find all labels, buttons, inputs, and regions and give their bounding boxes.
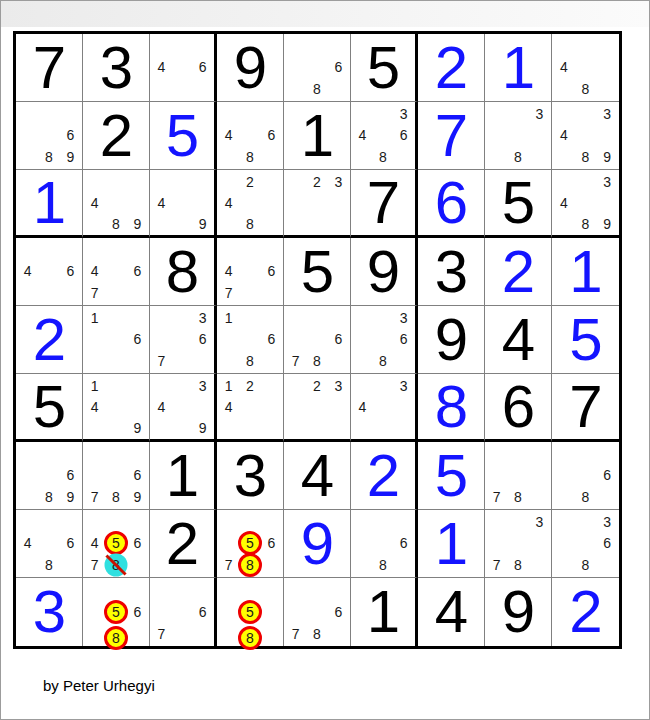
candidate-8: 8 [239,213,260,234]
cell-r8c4[interactable]: 5678 [217,510,284,578]
candidate-4: 4 [352,125,373,147]
cell-r5c9[interactable]: 5 [552,306,619,374]
cell-r9c8[interactable]: 9 [485,578,552,646]
candidate-9: 9 [596,213,618,234]
candidate-4: 4 [151,396,172,417]
candidate-8-highlighted: 8 [239,627,260,649]
candidate-9: 9 [127,417,148,438]
candidate-8: 8 [373,554,394,576]
candidate-1: 1 [84,375,105,396]
cell-r9c4[interactable]: 58 [217,578,284,646]
candidate-6: 6 [60,533,81,555]
cell-value: 1 [33,173,65,233]
cell-r2c5[interactable]: 1 [284,102,351,170]
cell-value: 3 [435,242,467,302]
cell-value: 9 [301,514,333,574]
cell-r9c3[interactable]: 67 [150,578,217,646]
candidate-4: 4 [218,192,239,213]
cell-r1c4[interactable]: 9 [217,34,284,102]
candidate-8: 8 [507,146,528,168]
cell-r1c9[interactable]: 48 [552,34,619,102]
cell-r2c3[interactable]: 5 [150,102,217,170]
candidate-8: 8 [306,78,327,100]
cell-r4c6[interactable]: 9 [351,238,418,306]
cell-r8c5[interactable]: 9 [284,510,351,578]
cell-r4c9[interactable]: 1 [552,238,619,306]
cell-r3c5[interactable]: 23 [284,170,351,238]
candidate-8: 8 [105,486,126,508]
cell-value: 9 [435,310,467,370]
candidate-7: 7 [218,554,239,576]
cell-r7c8[interactable]: 78 [485,442,552,510]
cell-value: 3 [100,38,132,98]
candidate-6: 6 [261,261,282,283]
cell-value: 2 [166,514,198,574]
candidate-6: 6 [192,57,213,79]
cell-r1c3[interactable]: 46 [150,34,217,102]
candidate-7: 7 [285,350,306,372]
candidate-9: 9 [596,146,618,168]
cell-r6c1[interactable]: 5 [16,374,83,442]
candidate-4: 4 [553,192,575,213]
candidate-8: 8 [373,350,394,372]
cell-value: 9 [234,38,266,98]
candidate-1: 1 [218,375,239,396]
cell-r6c3[interactable]: 349 [150,374,217,442]
candidate-7: 7 [84,486,105,508]
candidate-6: 6 [127,465,148,487]
candidate-9: 9 [60,486,81,508]
page: 7346968521486892546813468738348914894924… [0,0,650,720]
cell-r7c2[interactable]: 6789 [83,442,150,510]
cell-r7c7[interactable]: 5 [418,442,485,510]
cell-value: 2 [435,38,467,98]
candidate-8: 8 [38,146,59,168]
candidate-4: 4 [84,192,105,213]
candidate-6: 6 [127,329,148,351]
cell-r9c9[interactable]: 2 [552,578,619,646]
cell-r7c6[interactable]: 2 [351,442,418,510]
candidate-6: 6 [261,533,282,555]
cell-r5c4[interactable]: 168 [217,306,284,374]
candidate-3: 3 [393,375,414,396]
candidate-9: 9 [127,486,148,508]
cell-r3c2[interactable]: 489 [83,170,150,238]
candidate-8: 8 [575,486,597,508]
cell-value: 5 [502,173,534,233]
candidate-6: 6 [328,57,349,79]
candidate-8: 8 [575,213,597,234]
candidate-3: 3 [393,103,414,125]
cell-value: 1 [166,446,198,506]
cell-value: 9 [502,582,534,642]
candidate-9: 9 [192,213,213,234]
cell-r6c6[interactable]: 34 [351,374,418,442]
candidate-5-highlighted: 5 [105,601,126,623]
candidate-6: 6 [127,533,148,555]
candidate-4: 4 [553,125,575,147]
candidate-6: 6 [192,601,213,623]
candidate-4: 4 [553,57,575,79]
cell-value: 8 [435,377,467,437]
candidate-8: 8 [38,554,59,576]
candidate-4: 4 [17,533,38,555]
cell-r6c2[interactable]: 149 [83,374,150,442]
candidate-4: 4 [84,533,105,555]
candidate-6: 6 [393,125,414,147]
cell-r2c9[interactable]: 3489 [552,102,619,170]
cell-r5c2[interactable]: 16 [83,306,150,374]
candidate-6: 6 [393,329,414,351]
cell-value: 5 [367,38,399,98]
cell-value: 5 [435,446,467,506]
candidate-2: 2 [306,171,327,192]
cell-r5c5[interactable]: 678 [284,306,351,374]
cell-r8c7[interactable]: 1 [418,510,485,578]
cell-r4c4[interactable]: 467 [217,238,284,306]
candidate-8: 8 [575,146,597,168]
candidate-8: 8 [575,554,597,576]
candidate-6: 6 [127,261,148,283]
candidate-4: 4 [218,261,239,283]
candidate-8: 8 [239,350,260,372]
cell-value: 4 [435,582,467,642]
candidate-8-highlighted: 8 [105,554,126,576]
cell-value: 4 [301,446,333,506]
candidate-6: 6 [60,465,81,487]
cell-r9c6[interactable]: 1 [351,578,418,646]
cell-value: 5 [301,242,333,302]
candidate-3: 3 [596,171,618,192]
cell-value: 2 [367,446,399,506]
header-band [1,1,649,27]
candidate-3: 3 [393,307,414,329]
candidate-8-highlighted: 8 [105,627,126,649]
cell-r5c6[interactable]: 368 [351,306,418,374]
candidate-6: 6 [596,465,618,487]
cell-value: 1 [569,242,601,302]
cell-r8c8[interactable]: 378 [485,510,552,578]
candidate-2: 2 [306,375,327,396]
candidate-6: 6 [596,533,618,555]
candidate-6: 6 [393,533,414,555]
candidate-7: 7 [84,282,105,304]
cell-r3c6[interactable]: 7 [351,170,418,238]
candidate-4: 4 [151,57,172,79]
candidate-8: 8 [507,486,528,508]
candidate-8: 8 [575,78,597,100]
candidate-8: 8 [105,213,126,234]
cell-r2c8[interactable]: 38 [485,102,552,170]
cell-r6c7[interactable]: 8 [418,374,485,442]
candidate-7: 7 [151,350,172,372]
cell-r1c6[interactable]: 5 [351,34,418,102]
candidate-9: 9 [192,417,213,438]
candidate-4: 4 [352,396,373,417]
candidate-6: 6 [127,601,148,623]
cell-r7c5[interactable]: 4 [284,442,351,510]
cell-r2c6[interactable]: 3468 [351,102,418,170]
cell-value: 3 [33,582,65,642]
candidate-5-highlighted: 5 [239,601,260,623]
candidate-7: 7 [218,282,239,304]
cell-r1c8[interactable]: 1 [485,34,552,102]
cell-value: 6 [502,377,534,437]
candidate-9: 9 [60,146,81,168]
candidate-6: 6 [192,329,213,351]
candidate-4: 4 [17,261,38,283]
cell-r1c5[interactable]: 68 [284,34,351,102]
candidate-3: 3 [596,511,618,533]
candidate-6: 6 [60,261,81,283]
cell-r3c7[interactable]: 6 [418,170,485,238]
cell-r6c4[interactable]: 124 [217,374,284,442]
cell-value: 7 [33,38,65,98]
candidate-3: 3 [192,375,213,396]
candidate-6: 6 [328,329,349,351]
candidate-4: 4 [84,396,105,417]
cell-r8c6[interactable]: 68 [351,510,418,578]
cell-value: 5 [166,106,198,166]
candidate-6: 6 [261,125,282,147]
cell-r7c1[interactable]: 689 [16,442,83,510]
candidate-6: 6 [328,601,349,623]
candidate-1: 1 [218,307,239,329]
cell-r4c2[interactable]: 467 [83,238,150,306]
cell-r5c1[interactable]: 2 [16,306,83,374]
candidate-4: 4 [218,125,239,147]
cell-value: 7 [435,106,467,166]
cell-value: 2 [502,242,534,302]
candidate-2: 2 [239,375,260,396]
candidate-3: 3 [328,171,349,192]
cell-r3c8[interactable]: 5 [485,170,552,238]
cell-r7c9[interactable]: 68 [552,442,619,510]
candidate-9: 9 [127,213,148,234]
cell-r8c2[interactable]: 45678 [83,510,150,578]
author-credit: by Peter Urhegyi [43,677,155,694]
cell-r5c3[interactable]: 367 [150,306,217,374]
cell-r9c7[interactable]: 4 [418,578,485,646]
cell-r9c5[interactable]: 678 [284,578,351,646]
candidate-8-highlighted: 8 [239,554,260,576]
candidate-4: 4 [218,396,239,417]
cell-value: 7 [367,173,399,233]
cell-r3c3[interactable]: 49 [150,170,217,238]
cell-value: 5 [569,310,601,370]
cell-r2c1[interactable]: 689 [16,102,83,170]
cell-value: 1 [502,38,534,98]
candidate-3: 3 [328,375,349,396]
candidate-3: 3 [192,307,213,329]
cell-value: 1 [301,106,333,166]
candidate-7: 7 [285,623,306,645]
cell-r9c2[interactable]: 568 [83,578,150,646]
candidate-5-highlighted: 5 [105,533,126,555]
cell-r6c9[interactable]: 7 [552,374,619,442]
cell-r1c1[interactable]: 7 [16,34,83,102]
cell-r6c8[interactable]: 6 [485,374,552,442]
cell-r4c7[interactable]: 3 [418,238,485,306]
candidate-3: 3 [529,511,550,533]
cell-value: 2 [100,106,132,166]
cell-r1c2[interactable]: 3 [83,34,150,102]
cell-r3c9[interactable]: 3489 [552,170,619,238]
sudoku-board: 7346968521486892546813468738348914894924… [13,31,622,649]
cell-r8c1[interactable]: 468 [16,510,83,578]
candidate-7: 7 [486,554,507,576]
cell-r2c7[interactable]: 7 [418,102,485,170]
cell-value: 2 [569,582,601,642]
cell-r3c1[interactable]: 1 [16,170,83,238]
cell-r2c2[interactable]: 2 [83,102,150,170]
cell-r4c3[interactable]: 8 [150,238,217,306]
cell-value: 2 [33,310,65,370]
candidate-8: 8 [306,623,327,645]
candidate-8: 8 [373,146,394,168]
candidate-7: 7 [486,486,507,508]
cell-r4c1[interactable]: 46 [16,238,83,306]
cell-value: 7 [569,377,601,437]
candidate-8: 8 [38,486,59,508]
cell-value: 9 [367,242,399,302]
cell-r3c4[interactable]: 248 [217,170,284,238]
candidate-6: 6 [261,329,282,351]
candidate-3: 3 [529,103,550,125]
candidate-1: 1 [84,307,105,329]
candidate-8: 8 [507,554,528,576]
cell-value: 1 [435,514,467,574]
candidate-7: 7 [84,554,105,576]
candidate-4: 4 [84,261,105,283]
cell-value: 6 [435,173,467,233]
cell-value: 8 [166,242,198,302]
cell-r5c7[interactable]: 9 [418,306,485,374]
cell-r2c4[interactable]: 468 [217,102,284,170]
candidate-5-highlighted: 5 [239,533,260,555]
cell-value: 3 [234,446,266,506]
candidate-3: 3 [596,103,618,125]
candidate-2: 2 [239,171,260,192]
cell-r6c5[interactable]: 23 [284,374,351,442]
cell-r8c3[interactable]: 2 [150,510,217,578]
candidate-6: 6 [60,125,81,147]
candidate-8: 8 [306,350,327,372]
cell-r9c1[interactable]: 3 [16,578,83,646]
candidate-8: 8 [239,146,260,168]
cell-value: 4 [502,310,534,370]
cell-r1c7[interactable]: 2 [418,34,485,102]
cell-r8c9[interactable]: 368 [552,510,619,578]
cell-r7c3[interactable]: 1 [150,442,217,510]
cell-r7c4[interactable]: 3 [217,442,284,510]
cell-r4c5[interactable]: 5 [284,238,351,306]
cell-value: 1 [367,582,399,642]
cell-r4c8[interactable]: 2 [485,238,552,306]
candidate-4: 4 [151,192,172,213]
cell-r5c8[interactable]: 4 [485,306,552,374]
candidate-7: 7 [151,623,172,645]
cell-value: 5 [33,377,65,437]
